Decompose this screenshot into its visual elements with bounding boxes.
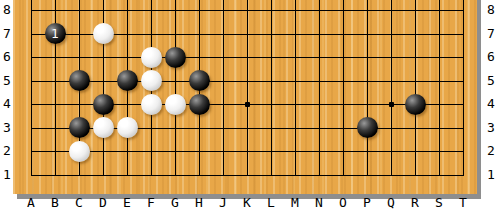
stone-white-G4[interactable] — [165, 94, 186, 115]
coord-right-5: 5 — [482, 73, 500, 89]
stone-white-D3[interactable] — [93, 117, 114, 138]
coord-bottom-P: P — [358, 195, 376, 211]
coord-bottom-B: B — [46, 195, 64, 211]
grid-hline-5 — [31, 81, 464, 82]
coord-bottom-S: S — [430, 195, 448, 211]
stone-black-R4[interactable] — [405, 94, 426, 115]
move-number-label: 1 — [51, 28, 59, 40]
coord-right-7: 7 — [482, 26, 500, 42]
stone-white-D7[interactable] — [93, 23, 114, 44]
coord-left-2: 2 — [0, 143, 14, 159]
grid-vline-T — [463, 0, 464, 176]
coord-bottom-Q: Q — [382, 195, 400, 211]
stone-black-P3[interactable] — [357, 117, 378, 138]
coord-bottom-G: G — [166, 195, 184, 211]
stone-black-H5[interactable] — [189, 70, 210, 91]
grid-vline-N — [319, 0, 320, 176]
grid-vline-K — [247, 0, 248, 176]
coord-bottom-K: K — [238, 195, 256, 211]
stone-black-G6[interactable] — [165, 47, 186, 68]
grid-vline-O — [343, 0, 344, 176]
grid-hline-6 — [31, 57, 464, 58]
coord-right-8: 8 — [482, 2, 500, 18]
grid-vline-L — [271, 0, 272, 176]
star-point-K4 — [245, 102, 250, 107]
coord-bottom-T: T — [454, 195, 472, 211]
stone-black-C5[interactable] — [69, 70, 90, 91]
grid-vline-S — [439, 0, 440, 176]
coord-left-8: 8 — [0, 2, 14, 18]
stone-black-H4[interactable] — [189, 94, 210, 115]
stone-white-F5[interactable] — [141, 70, 162, 91]
coord-bottom-R: R — [406, 195, 424, 211]
coord-right-3: 3 — [482, 120, 500, 136]
coord-right-2: 2 — [482, 143, 500, 159]
grid-vline-R — [415, 0, 416, 176]
stone-white-E3[interactable] — [117, 117, 138, 138]
stone-black-D4[interactable] — [93, 94, 114, 115]
coord-right-4: 4 — [482, 96, 500, 112]
coord-bottom-H: H — [190, 195, 208, 211]
stone-white-F6[interactable] — [141, 47, 162, 68]
coord-bottom-F: F — [142, 195, 160, 211]
stone-black-C3[interactable] — [69, 117, 90, 138]
star-point-Q4 — [389, 102, 394, 107]
coord-bottom-E: E — [118, 195, 136, 211]
grid-hline-2 — [31, 151, 464, 152]
coord-bottom-M: M — [286, 195, 304, 211]
stone-black-E5[interactable] — [117, 70, 138, 91]
coord-bottom-O: O — [334, 195, 352, 211]
coord-bottom-A: A — [22, 195, 40, 211]
coord-left-1: 1 — [0, 167, 14, 183]
coord-right-1: 1 — [482, 167, 500, 183]
coord-bottom-N: N — [310, 195, 328, 211]
stone-white-F4[interactable] — [141, 94, 162, 115]
coord-left-4: 4 — [0, 96, 14, 112]
coord-bottom-D: D — [94, 195, 112, 211]
grid-vline-Q — [391, 0, 392, 176]
coord-left-3: 3 — [0, 120, 14, 136]
grid-vline-M — [295, 0, 296, 176]
coord-left-6: 6 — [0, 49, 14, 65]
coord-bottom-J: J — [214, 195, 232, 211]
coord-right-6: 6 — [482, 49, 500, 65]
coord-bottom-C: C — [70, 195, 88, 211]
coord-left-5: 5 — [0, 73, 14, 89]
coord-left-7: 7 — [0, 26, 14, 42]
grid-vline-G — [175, 0, 176, 176]
go-diagram-page: 1 87654321 87654321 ABCDEFGHJKLMNOPQRST — [0, 0, 500, 212]
stone-white-C2[interactable] — [69, 141, 90, 162]
go-board[interactable]: 1 — [13, 0, 477, 194]
stone-black-B7[interactable]: 1 — [45, 23, 66, 44]
grid-hline-1 — [31, 175, 464, 176]
coord-bottom-L: L — [262, 195, 280, 211]
grid-vline-P — [367, 0, 368, 176]
grid-hline-8 — [31, 10, 464, 11]
grid-vline-A — [31, 0, 32, 176]
grid-vline-J — [223, 0, 224, 176]
